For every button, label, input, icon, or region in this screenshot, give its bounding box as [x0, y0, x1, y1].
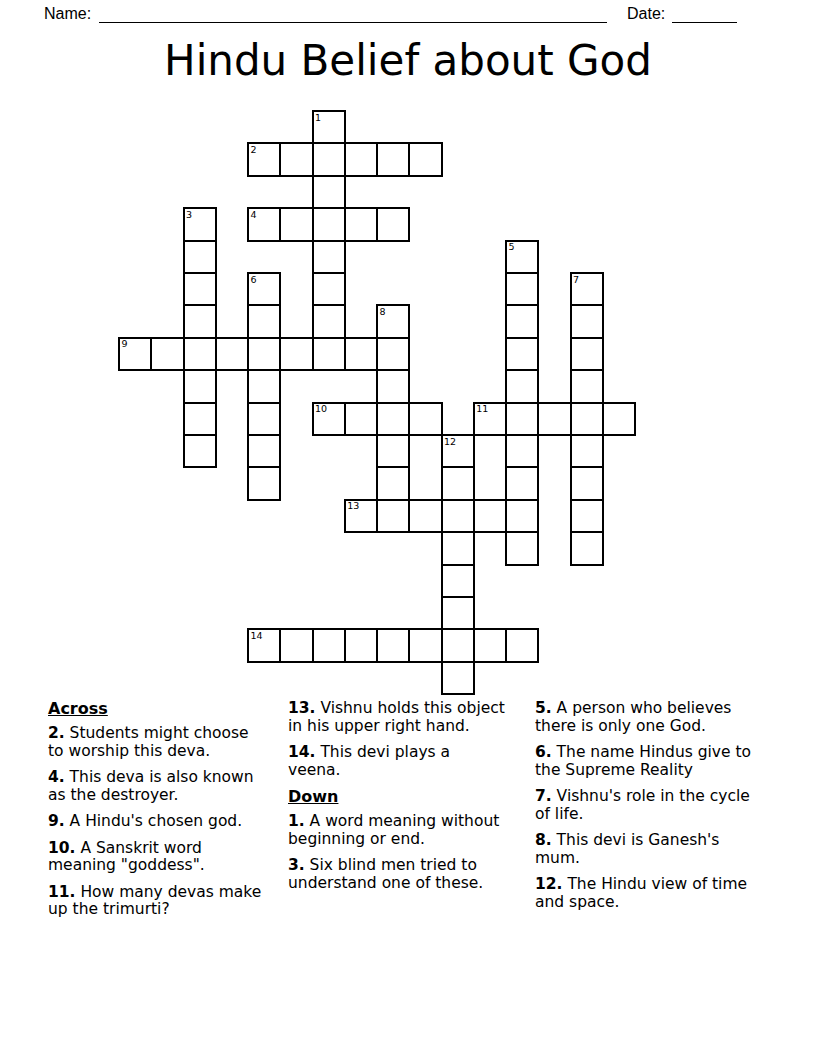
grid-cell-r11c8[interactable]	[376, 466, 410, 500]
cell-number-6: 6	[251, 275, 257, 285]
grid-cell-r7c1[interactable]	[150, 337, 184, 371]
grid-cell-r17c10[interactable]	[441, 661, 475, 695]
clue-number-1: 1.	[288, 812, 305, 830]
grid-cell-r3c5[interactable]	[279, 207, 313, 241]
grid-cell-r7c5[interactable]	[279, 337, 313, 371]
grid-cell-r16c4[interactable]: 14	[247, 628, 281, 662]
name-input-line[interactable]	[99, 4, 607, 23]
grid-cell-r12c11[interactable]	[473, 499, 507, 533]
grid-cell-r3c8[interactable]	[376, 207, 410, 241]
crossword-grid: 1234567891011121314	[118, 110, 638, 696]
clue-6: 6. The name Hindus give to the Supreme R…	[535, 744, 757, 779]
grid-cell-r7c7[interactable]	[344, 337, 378, 371]
grid-cell-r9c15[interactable]	[602, 402, 636, 436]
clue-column-1: Across2. Students might choose to worshi…	[48, 700, 264, 928]
clue-column-2: 13. Vishnu holds this object in his uppe…	[288, 700, 506, 901]
cell-number-11: 11	[476, 404, 488, 414]
cell-number-5: 5	[509, 242, 515, 252]
grid-cell-r13c12[interactable]	[505, 531, 539, 565]
clue-number-11: 11.	[48, 883, 75, 901]
grid-cell-r9c9[interactable]	[408, 402, 442, 436]
grid-cell-r11c12[interactable]	[505, 466, 539, 500]
grid-cell-r9c2[interactable]	[183, 402, 217, 436]
cell-number-3: 3	[186, 210, 192, 220]
clue-1: 1. A word meaning without beginning or e…	[288, 813, 506, 848]
grid-cell-r9c13[interactable]	[537, 402, 571, 436]
cell-number-12: 12	[444, 437, 456, 447]
grid-cell-r8c4[interactable]	[247, 369, 281, 403]
grid-cell-r9c11[interactable]: 11	[473, 402, 507, 436]
grid-cell-r3c6[interactable]	[312, 207, 346, 241]
cell-number-8: 8	[380, 307, 386, 317]
grid-cell-r9c8[interactable]	[376, 402, 410, 436]
clue-number-5: 5.	[535, 699, 552, 717]
clue-7: 7. Vishnu's role in the cycle of life.	[535, 788, 757, 823]
grid-cell-r10c2[interactable]	[183, 434, 217, 468]
clue-9: 9. A Hindu's chosen god.	[48, 813, 264, 831]
grid-cell-r2c6[interactable]	[312, 175, 346, 209]
clue-11: 11. How many devas make up the trimurti?	[48, 884, 264, 919]
clue-10: 10. A Sanskrit word meaning "goddess".	[48, 840, 264, 875]
grid-cell-r16c6[interactable]	[312, 628, 346, 662]
grid-cell-r10c12[interactable]	[505, 434, 539, 468]
grid-cell-r8c8[interactable]	[376, 369, 410, 403]
clue-number-6: 6.	[535, 743, 552, 761]
clue-14: 14. This devi plays a veena.	[288, 744, 506, 779]
grid-cell-r0c6[interactable]: 1	[312, 110, 346, 144]
grid-cell-r5c4[interactable]: 6	[247, 272, 281, 306]
clue-section-header-down: Down	[288, 788, 506, 806]
grid-cell-r8c14[interactable]	[570, 369, 604, 403]
grid-cell-r6c2[interactable]	[183, 304, 217, 338]
grid-cell-r4c6[interactable]	[312, 240, 346, 274]
grid-cell-r3c4[interactable]: 4	[247, 207, 281, 241]
grid-cell-r8c12[interactable]	[505, 369, 539, 403]
grid-cell-r11c14[interactable]	[570, 466, 604, 500]
grid-cell-r12c14[interactable]	[570, 499, 604, 533]
cell-number-10: 10	[315, 404, 327, 414]
grid-cell-r16c11[interactable]	[473, 628, 507, 662]
grid-cell-r12c8[interactable]	[376, 499, 410, 533]
clue-13: 13. Vishnu holds this object in his uppe…	[288, 700, 506, 735]
grid-cell-r6c4[interactable]	[247, 304, 281, 338]
clue-column-3: 5. A person who believes there is only o…	[535, 700, 757, 920]
clue-5: 5. A person who believes there is only o…	[535, 700, 757, 735]
clue-section-header-across: Across	[48, 700, 264, 718]
grid-cell-r16c10[interactable]	[441, 628, 475, 662]
grid-cell-r10c14[interactable]	[570, 434, 604, 468]
clue-number-3: 3.	[288, 856, 305, 874]
grid-cell-r1c7[interactable]	[344, 142, 378, 176]
grid-cell-r9c12[interactable]	[505, 402, 539, 436]
clue-number-2: 2.	[48, 724, 65, 742]
grid-cell-r7c14[interactable]	[570, 337, 604, 371]
grid-cell-r6c12[interactable]	[505, 304, 539, 338]
grid-cell-r14c10[interactable]	[441, 564, 475, 598]
clue-number-12: 12.	[535, 875, 562, 893]
clue-number-9: 9.	[48, 812, 65, 830]
grid-cell-r7c12[interactable]	[505, 337, 539, 371]
grid-cell-r12c12[interactable]	[505, 499, 539, 533]
grid-cell-r4c2[interactable]	[183, 240, 217, 274]
grid-cell-r6c6[interactable]	[312, 304, 346, 338]
grid-cell-r13c10[interactable]	[441, 531, 475, 565]
clue-2: 2. Students might choose to worship this…	[48, 725, 264, 760]
page-title: Hindu Belief about God	[0, 36, 816, 85]
cell-number-14: 14	[251, 631, 263, 641]
clue-4: 4. This deva is also known as the destro…	[48, 769, 264, 804]
grid-cell-r7c4[interactable]	[247, 337, 281, 371]
grid-cell-r12c7[interactable]: 13	[344, 499, 378, 533]
clue-number-4: 4.	[48, 768, 65, 786]
grid-cell-r16c12[interactable]	[505, 628, 539, 662]
grid-cell-r11c4[interactable]	[247, 466, 281, 500]
clue-3: 3. Six blind men tried to understand one…	[288, 857, 506, 892]
grid-cell-r5c14[interactable]: 7	[570, 272, 604, 306]
grid-cell-r1c8[interactable]	[376, 142, 410, 176]
cell-number-2: 2	[251, 145, 257, 155]
grid-cell-r8c2[interactable]	[183, 369, 217, 403]
grid-cell-r1c9[interactable]	[408, 142, 442, 176]
cell-number-4: 4	[251, 210, 257, 220]
cell-number-7: 7	[573, 275, 579, 285]
grid-cell-r7c8[interactable]	[376, 337, 410, 371]
clue-number-7: 7.	[535, 787, 552, 805]
date-label: Date:	[627, 5, 665, 23]
clue-number-10: 10.	[48, 839, 75, 857]
grid-cell-r1c4[interactable]: 2	[247, 142, 281, 176]
grid-cell-r12c10[interactable]	[441, 499, 475, 533]
clue-12: 12. The Hindu view of time and space.	[535, 876, 757, 911]
cell-number-13: 13	[347, 501, 359, 511]
grid-cell-r3c2[interactable]: 3	[183, 207, 217, 241]
grid-cell-r11c10[interactable]	[441, 466, 475, 500]
grid-cell-r10c4[interactable]	[247, 434, 281, 468]
grid-cell-r9c6[interactable]: 10	[312, 402, 346, 436]
grid-cell-r16c8[interactable]	[376, 628, 410, 662]
grid-cell-r16c5[interactable]	[279, 628, 313, 662]
grid-cell-r5c6[interactable]	[312, 272, 346, 306]
grid-cell-r9c14[interactable]	[570, 402, 604, 436]
grid-cell-r7c0[interactable]: 9	[118, 337, 152, 371]
clue-8: 8. This devi is Ganesh's mum.	[535, 832, 757, 867]
name-label: Name:	[44, 5, 91, 23]
clue-number-13: 13.	[288, 699, 315, 717]
worksheet-page: Name: Date: Hindu Belief about God 12345…	[0, 0, 816, 1056]
grid-cell-r10c8[interactable]	[376, 434, 410, 468]
grid-cell-r3c7[interactable]	[344, 207, 378, 241]
grid-cell-r1c5[interactable]	[279, 142, 313, 176]
cell-number-1: 1	[315, 113, 321, 123]
grid-cell-r7c2[interactable]	[183, 337, 217, 371]
grid-cell-r6c8[interactable]: 8	[376, 304, 410, 338]
grid-cell-r16c7[interactable]	[344, 628, 378, 662]
grid-cell-r9c7[interactable]	[344, 402, 378, 436]
date-input-line[interactable]	[672, 4, 737, 23]
clue-number-8: 8.	[535, 831, 552, 849]
grid-cell-r15c10[interactable]	[441, 596, 475, 630]
clue-number-14: 14.	[288, 743, 315, 761]
grid-cell-r13c14[interactable]	[570, 531, 604, 565]
grid-cell-r1c6[interactable]	[312, 142, 346, 176]
grid-cell-r4c12[interactable]: 5	[505, 240, 539, 274]
grid-cell-r10c10[interactable]: 12	[441, 434, 475, 468]
grid-cell-r7c3[interactable]	[215, 337, 249, 371]
grid-cell-r12c9[interactable]	[408, 499, 442, 533]
grid-cell-r6c14[interactable]	[570, 304, 604, 338]
grid-cell-r5c2[interactable]	[183, 272, 217, 306]
grid-cell-r16c9[interactable]	[408, 628, 442, 662]
grid-cell-r9c4[interactable]	[247, 402, 281, 436]
grid-cell-r7c6[interactable]	[312, 337, 346, 371]
grid-cell-r5c12[interactable]	[505, 272, 539, 306]
cell-number-9: 9	[122, 339, 128, 349]
